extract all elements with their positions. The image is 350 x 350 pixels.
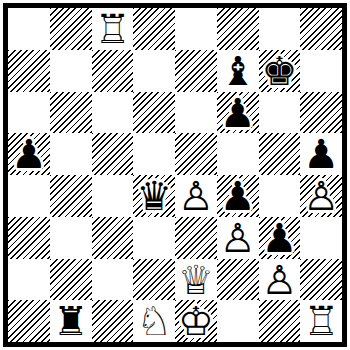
square-a2[interactable] [8,259,50,301]
square-d8[interactable] [133,8,175,50]
square-a1[interactable] [8,300,50,342]
black-pawn-a5[interactable]: ♟♟ [8,133,50,175]
black-pawn-h5[interactable]: ♟♟ [300,133,342,175]
piece-glyph: ♝ [217,50,259,92]
square-b3[interactable] [50,217,92,259]
white-queen-e2[interactable]: ♛♕ [175,259,217,301]
square-d2[interactable] [133,259,175,301]
piece-glyph: ♟ [8,133,50,175]
piece-glyph: ♕ [175,259,217,301]
piece-glyph: ♖ [300,300,342,342]
square-d7[interactable] [133,50,175,92]
square-a4[interactable] [8,175,50,217]
square-c6[interactable] [92,92,134,134]
piece-glyph: ♙ [300,175,342,217]
square-b6[interactable] [50,92,92,134]
square-h3[interactable] [300,217,342,259]
square-c3[interactable] [92,217,134,259]
square-d6[interactable] [133,92,175,134]
square-a3[interactable] [8,217,50,259]
square-e2[interactable]: ♛♕ [175,259,217,301]
square-f4[interactable]: ♟♟ [217,175,259,217]
piece-glyph: ♙ [175,175,217,217]
square-g6[interactable] [259,92,301,134]
square-f5[interactable] [217,133,259,175]
square-d5[interactable] [133,133,175,175]
square-a6[interactable] [8,92,50,134]
piece-glyph: ♛ [133,175,175,217]
square-f2[interactable] [217,259,259,301]
square-d4[interactable]: ♛♛ [133,175,175,217]
square-g2[interactable]: ♟♙ [259,259,301,301]
square-b5[interactable] [50,133,92,175]
black-pawn-f4[interactable]: ♟♟ [217,175,259,217]
square-c2[interactable] [92,259,134,301]
square-c1[interactable] [92,300,134,342]
piece-glyph: ♖ [92,8,134,50]
chess-board: ♜♖♝♝♚♚♟♟♟♟♟♟♛♛♟♙♟♟♟♙♟♙♟♟♛♕♟♙♜♜♞♘♚♔♜♖ [8,8,342,342]
square-b7[interactable] [50,50,92,92]
piece-glyph: ♟ [259,217,301,259]
white-pawn-f3[interactable]: ♟♙ [217,217,259,259]
square-g7[interactable]: ♚♚ [259,50,301,92]
piece-glyph: ♔ [175,300,217,342]
square-f3[interactable]: ♟♙ [217,217,259,259]
white-rook-h1[interactable]: ♜♖ [300,300,342,342]
piece-glyph: ♟ [300,133,342,175]
square-h7[interactable] [300,50,342,92]
square-d3[interactable] [133,217,175,259]
square-h5[interactable]: ♟♟ [300,133,342,175]
white-pawn-g2[interactable]: ♟♙ [259,259,301,301]
square-g3[interactable]: ♟♟ [259,217,301,259]
square-e8[interactable] [175,8,217,50]
chess-diagram: ♜♖♝♝♚♚♟♟♟♟♟♟♛♛♟♙♟♟♟♙♟♙♟♟♛♕♟♙♜♜♞♘♚♔♜♖ [3,3,347,347]
square-c7[interactable] [92,50,134,92]
piece-glyph: ♟ [217,175,259,217]
square-b2[interactable] [50,259,92,301]
black-queen-d4[interactable]: ♛♛ [133,175,175,217]
black-rook-b1[interactable]: ♜♜ [50,300,92,342]
white-pawn-h4[interactable]: ♟♙ [300,175,342,217]
white-knight-d1[interactable]: ♞♘ [133,300,175,342]
square-g8[interactable] [259,8,301,50]
square-g5[interactable] [259,133,301,175]
square-f8[interactable] [217,8,259,50]
square-b4[interactable] [50,175,92,217]
black-pawn-f6[interactable]: ♟♟ [217,92,259,134]
square-h6[interactable] [300,92,342,134]
square-e1[interactable]: ♚♔ [175,300,217,342]
square-e5[interactable] [175,133,217,175]
square-b8[interactable] [50,8,92,50]
piece-glyph: ♙ [259,259,301,301]
square-f6[interactable]: ♟♟ [217,92,259,134]
white-pawn-e4[interactable]: ♟♙ [175,175,217,217]
square-a8[interactable] [8,8,50,50]
piece-glyph: ♘ [133,300,175,342]
piece-glyph: ♚ [259,50,301,92]
square-e4[interactable]: ♟♙ [175,175,217,217]
square-h2[interactable] [300,259,342,301]
square-e7[interactable] [175,50,217,92]
piece-glyph: ♙ [217,217,259,259]
piece-glyph: ♜ [50,300,92,342]
white-king-e1[interactable]: ♚♔ [175,300,217,342]
square-h4[interactable]: ♟♙ [300,175,342,217]
square-e6[interactable] [175,92,217,134]
square-c4[interactable] [92,175,134,217]
square-a7[interactable] [8,50,50,92]
square-d1[interactable]: ♞♘ [133,300,175,342]
square-c5[interactable] [92,133,134,175]
black-bishop-f7[interactable]: ♝♝ [217,50,259,92]
white-rook-c8[interactable]: ♜♖ [92,8,134,50]
square-f1[interactable] [217,300,259,342]
square-e3[interactable] [175,217,217,259]
square-h8[interactable] [300,8,342,50]
square-b1[interactable]: ♜♜ [50,300,92,342]
black-king-g7[interactable]: ♚♚ [259,50,301,92]
square-f7[interactable]: ♝♝ [217,50,259,92]
piece-glyph: ♟ [217,92,259,134]
black-pawn-g3[interactable]: ♟♟ [259,217,301,259]
square-g1[interactable] [259,300,301,342]
square-a5[interactable]: ♟♟ [8,133,50,175]
square-g4[interactable] [259,175,301,217]
square-c8[interactable]: ♜♖ [92,8,134,50]
square-h1[interactable]: ♜♖ [300,300,342,342]
